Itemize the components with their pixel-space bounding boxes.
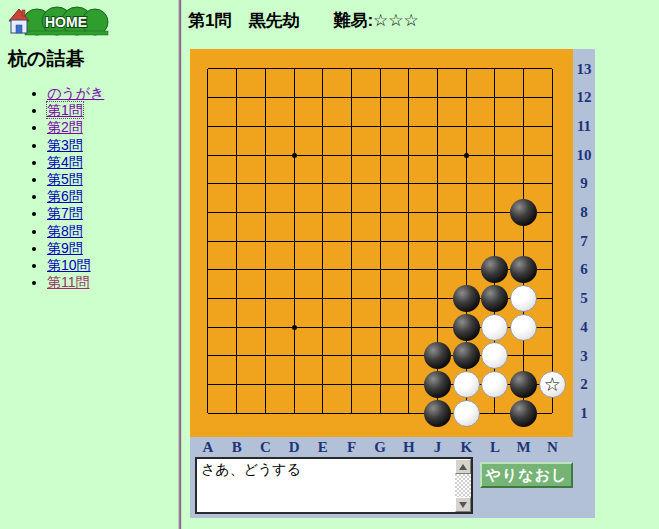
goban-grid: ☆	[194, 55, 567, 428]
black-stone-K3	[453, 342, 480, 369]
intersection-J9[interactable]	[423, 169, 452, 198]
intersection-L8[interactable]	[481, 198, 510, 227]
intersection-C12[interactable]	[251, 83, 280, 112]
black-stone-M6	[510, 256, 537, 283]
intersection-N7[interactable]	[538, 227, 567, 256]
intersection-D2[interactable]	[280, 370, 309, 399]
intersection-D4[interactable]	[280, 313, 309, 342]
row-label-8: 8	[573, 203, 595, 222]
intersection-D12[interactable]	[280, 83, 309, 112]
col-label-E: E	[309, 438, 337, 456]
sidebar-link-item: 第1問	[47, 102, 104, 119]
col-label-G: G	[366, 438, 394, 456]
black-stone-M2	[510, 371, 537, 398]
intersection-G12[interactable]	[366, 83, 395, 112]
intersection-K2[interactable]	[452, 370, 481, 399]
white-stone-L2	[481, 371, 508, 398]
intersection-H5[interactable]	[394, 284, 423, 313]
intersection-K10[interactable]	[452, 141, 481, 170]
intersection-H6[interactable]	[394, 255, 423, 284]
intersection-K8[interactable]	[452, 198, 481, 227]
star-point-D4	[292, 325, 297, 330]
sidebar-links: のうがき第1問第2問第3問第4問第5問第6問第7問第8問第9問第10問第11問	[0, 85, 104, 291]
intersection-H1[interactable]	[394, 399, 423, 428]
intersection-M5[interactable]	[509, 284, 538, 313]
intersection-L5[interactable]	[481, 284, 510, 313]
intersection-G8[interactable]	[366, 198, 395, 227]
intersection-D9[interactable]	[280, 169, 309, 198]
intersection-M12[interactable]	[509, 83, 538, 112]
col-label-C: C	[251, 438, 279, 456]
intersection-M1[interactable]	[509, 399, 538, 428]
house-icon	[9, 9, 29, 33]
intersection-M8[interactable]	[509, 198, 538, 227]
intersection-L11[interactable]	[481, 112, 510, 141]
intersection-L7[interactable]	[481, 227, 510, 256]
intersection-N13[interactable]	[538, 55, 567, 84]
white-stone-K2	[453, 371, 480, 398]
col-label-M: M	[510, 438, 538, 456]
intersection-F10[interactable]	[337, 141, 366, 170]
intersection-E13[interactable]	[308, 55, 337, 84]
intersection-A13[interactable]	[194, 55, 223, 84]
intersection-E5[interactable]	[308, 284, 337, 313]
intersection-G5[interactable]	[366, 284, 395, 313]
intersection-C1[interactable]	[251, 399, 280, 428]
intersection-C2[interactable]	[251, 370, 280, 399]
intersection-L12[interactable]	[481, 83, 510, 112]
intersection-E10[interactable]	[308, 141, 337, 170]
intersection-F9[interactable]	[337, 169, 366, 198]
intersection-M4[interactable]	[509, 313, 538, 342]
sidebar-link-item: 第5問	[47, 171, 104, 188]
intersection-D8[interactable]	[280, 198, 309, 227]
intersection-F1[interactable]	[337, 399, 366, 428]
intersection-B1[interactable]	[222, 399, 251, 428]
message-text: さあ、どうする	[197, 459, 455, 512]
message-scrollbar[interactable]	[455, 459, 471, 512]
intersection-J10[interactable]	[423, 141, 452, 170]
row-label-12: 12	[573, 88, 595, 107]
intersection-F13[interactable]	[337, 55, 366, 84]
intersection-K13[interactable]	[452, 55, 481, 84]
intersection-C8[interactable]	[251, 198, 280, 227]
intersection-N12[interactable]	[538, 83, 567, 112]
intersection-D1[interactable]	[280, 399, 309, 428]
intersection-A1[interactable]	[194, 399, 223, 428]
main-content: 第1問 黒先劫 難易:☆☆☆ ☆ 13121110987654321 ABCDE…	[182, 0, 659, 529]
intersection-G10[interactable]	[366, 141, 395, 170]
intersection-K7[interactable]	[452, 227, 481, 256]
intersection-L3[interactable]	[481, 342, 510, 371]
intersection-N3[interactable]	[538, 342, 567, 371]
black-stone-M1	[510, 400, 537, 427]
sidebar-link-item: 第11問	[47, 274, 104, 291]
intersection-E6[interactable]	[308, 255, 337, 284]
intersection-J8[interactable]	[423, 198, 452, 227]
intersection-K11[interactable]	[452, 112, 481, 141]
scroll-track[interactable]	[455, 474, 471, 497]
intersection-C4[interactable]	[251, 313, 280, 342]
intersection-J3[interactable]	[423, 342, 452, 371]
intersection-F5[interactable]	[337, 284, 366, 313]
intersection-H11[interactable]	[394, 112, 423, 141]
intersection-L9[interactable]	[481, 169, 510, 198]
row-label-4: 4	[573, 318, 595, 337]
intersection-G7[interactable]	[366, 227, 395, 256]
intersection-B4[interactable]	[222, 313, 251, 342]
intersection-K1[interactable]	[452, 399, 481, 428]
intersection-M3[interactable]	[509, 342, 538, 371]
sidebar-link-第5問[interactable]: 第5問	[47, 171, 83, 187]
intersection-N8[interactable]	[538, 198, 567, 227]
intersection-D5[interactable]	[280, 284, 309, 313]
intersection-G3[interactable]	[366, 342, 395, 371]
row-label-9: 9	[573, 174, 595, 193]
black-stone-J1	[424, 400, 451, 427]
intersection-A11[interactable]	[194, 112, 223, 141]
intersection-B5[interactable]	[222, 284, 251, 313]
row-label-10: 10	[573, 146, 595, 165]
intersection-L4[interactable]	[481, 313, 510, 342]
intersection-B12[interactable]	[222, 83, 251, 112]
intersection-J7[interactable]	[423, 227, 452, 256]
intersection-A9[interactable]	[194, 169, 223, 198]
intersection-D10[interactable]	[280, 141, 309, 170]
intersection-E4[interactable]	[308, 313, 337, 342]
row-labels: 13121110987654321	[573, 49, 595, 437]
row-label-6: 6	[573, 260, 595, 279]
intersection-E2[interactable]	[308, 370, 337, 399]
intersection-C7[interactable]	[251, 227, 280, 256]
sidebar-link-item: 第9問	[47, 240, 104, 257]
intersection-B2[interactable]	[222, 370, 251, 399]
intersection-E11[interactable]	[308, 112, 337, 141]
intersection-C10[interactable]	[251, 141, 280, 170]
row-label-1: 1	[573, 404, 595, 423]
intersection-B11[interactable]	[222, 112, 251, 141]
black-stone-L6	[481, 256, 508, 283]
home-button[interactable]: HOME	[8, 6, 110, 36]
intersection-L10[interactable]	[481, 141, 510, 170]
black-stone-M8	[510, 199, 537, 226]
intersection-L6[interactable]	[481, 255, 510, 284]
sidebar-link-第11問[interactable]: 第11問	[47, 274, 90, 290]
col-label-K: K	[452, 438, 480, 456]
intersection-B13[interactable]	[222, 55, 251, 84]
col-label-J: J	[424, 438, 452, 456]
intersection-A6[interactable]	[194, 255, 223, 284]
black-stone-J2	[424, 371, 451, 398]
sidebar-link-第6問[interactable]: 第6問	[47, 188, 83, 204]
row-label-7: 7	[573, 232, 595, 251]
intersection-F7[interactable]	[337, 227, 366, 256]
sidebar-link-第1問[interactable]: 第1問	[47, 102, 83, 118]
intersection-J13[interactable]	[423, 55, 452, 84]
col-label-F: F	[338, 438, 366, 456]
intersection-F6[interactable]	[337, 255, 366, 284]
intersection-A3[interactable]	[194, 342, 223, 371]
intersection-K12[interactable]	[452, 83, 481, 112]
intersection-A12[interactable]	[194, 83, 223, 112]
row-label-13: 13	[573, 60, 595, 79]
sidebar-link-第2問[interactable]: 第2問	[47, 119, 83, 135]
intersection-F12[interactable]	[337, 83, 366, 112]
intersection-J11[interactable]	[423, 112, 452, 141]
sidebar-link-item: 第4問	[47, 154, 104, 171]
intersection-H3[interactable]	[394, 342, 423, 371]
intersection-M9[interactable]	[509, 169, 538, 198]
intersection-N1[interactable]	[538, 399, 567, 428]
intersection-C3[interactable]	[251, 342, 280, 371]
sidebar-link-第4問[interactable]: 第4問	[47, 154, 83, 170]
intersection-E9[interactable]	[308, 169, 337, 198]
intersection-E8[interactable]	[308, 198, 337, 227]
intersection-C6[interactable]	[251, 255, 280, 284]
intersection-A10[interactable]	[194, 141, 223, 170]
intersection-H9[interactable]	[394, 169, 423, 198]
intersection-M6[interactable]	[509, 255, 538, 284]
intersection-G11[interactable]	[366, 112, 395, 141]
col-label-N: N	[538, 438, 566, 456]
intersection-N9[interactable]	[538, 169, 567, 198]
site-title: 杭の詰碁	[8, 46, 84, 72]
intersection-A5[interactable]	[194, 284, 223, 313]
arrow-down-icon	[459, 502, 467, 508]
intersection-N5[interactable]	[538, 284, 567, 313]
home-button-label: HOME	[45, 14, 87, 30]
intersection-G9[interactable]	[366, 169, 395, 198]
intersection-B3[interactable]	[222, 342, 251, 371]
col-label-L: L	[481, 438, 509, 456]
intersection-E1[interactable]	[308, 399, 337, 428]
col-label-H: H	[395, 438, 423, 456]
row-label-3: 3	[573, 347, 595, 366]
intersection-F2[interactable]	[337, 370, 366, 399]
intersection-D11[interactable]	[280, 112, 309, 141]
col-label-D: D	[280, 438, 308, 456]
intersection-H8[interactable]	[394, 198, 423, 227]
star-point-K10	[464, 153, 469, 158]
intersection-M13[interactable]	[509, 55, 538, 84]
intersection-J12[interactable]	[423, 83, 452, 112]
sidebar: HOME 杭の詰碁 のうがき第1問第2問第3問第4問第5問第6問第7問第8問第9…	[0, 0, 178, 529]
intersection-H2[interactable]	[394, 370, 423, 399]
sidebar-link-第10問[interactable]: 第10問	[47, 257, 91, 273]
intersection-D7[interactable]	[280, 227, 309, 256]
intersection-H12[interactable]	[394, 83, 423, 112]
sidebar-link-のうがき[interactable]: のうがき	[47, 85, 104, 101]
intersection-N2[interactable]: ☆	[538, 370, 567, 399]
sidebar-link-第8問[interactable]: 第8問	[47, 223, 83, 239]
intersection-G2[interactable]	[366, 370, 395, 399]
intersection-H13[interactable]	[394, 55, 423, 84]
intersection-F3[interactable]	[337, 342, 366, 371]
intersection-G13[interactable]	[366, 55, 395, 84]
col-label-A: A	[194, 438, 222, 456]
black-stone-L5	[481, 285, 508, 312]
board-footer-panel: ABCDEFGHJKLMN さあ、どうする やりなおし	[190, 437, 595, 518]
intersection-L13[interactable]	[481, 55, 510, 84]
intersection-G4[interactable]	[366, 313, 395, 342]
intersection-F8[interactable]	[337, 198, 366, 227]
intersection-C9[interactable]	[251, 169, 280, 198]
problem-title: 第1問 黒先劫 難易:☆☆☆	[188, 9, 419, 32]
intersection-J2[interactable]	[423, 370, 452, 399]
row-label-5: 5	[573, 289, 595, 308]
intersection-N6[interactable]	[538, 255, 567, 284]
intersection-J5[interactable]	[423, 284, 452, 313]
intersection-J6[interactable]	[423, 255, 452, 284]
home-bushes-icon: HOME	[8, 6, 110, 36]
intersection-J4[interactable]	[423, 313, 452, 342]
intersection-B8[interactable]	[222, 198, 251, 227]
white-stone-K1	[453, 400, 480, 427]
intersection-G6[interactable]	[366, 255, 395, 284]
intersection-K9[interactable]	[452, 169, 481, 198]
black-stone-J3	[424, 342, 451, 369]
intersection-B6[interactable]	[222, 255, 251, 284]
intersection-F11[interactable]	[337, 112, 366, 141]
intersection-L2[interactable]	[481, 370, 510, 399]
intersection-N11[interactable]	[538, 112, 567, 141]
white-stone-M5	[510, 285, 537, 312]
star-point-D10	[292, 153, 297, 158]
intersection-A7[interactable]	[194, 227, 223, 256]
intersection-B7[interactable]	[222, 227, 251, 256]
intersection-N4[interactable]	[538, 313, 567, 342]
sidebar-link-item: 第10問	[47, 257, 104, 274]
intersection-D3[interactable]	[280, 342, 309, 371]
intersection-B9[interactable]	[222, 169, 251, 198]
scroll-down-button[interactable]	[455, 497, 471, 512]
sidebar-link-item: 第3問	[47, 137, 104, 154]
intersection-K5[interactable]	[452, 284, 481, 313]
intersection-K4[interactable]	[452, 313, 481, 342]
intersection-G1[interactable]	[366, 399, 395, 428]
intersection-M2[interactable]	[509, 370, 538, 399]
intersection-C13[interactable]	[251, 55, 280, 84]
last-move-marker: ☆	[540, 372, 565, 397]
intersection-A2[interactable]	[194, 370, 223, 399]
sidebar-link-item: 第8問	[47, 223, 104, 240]
intersection-H10[interactable]	[394, 141, 423, 170]
arrow-up-icon	[459, 464, 467, 470]
black-stone-K5	[453, 285, 480, 312]
intersection-K6[interactable]	[452, 255, 481, 284]
white-stone-N2: ☆	[539, 371, 566, 398]
sidebar-link-item: 第6問	[47, 188, 104, 205]
intersection-M11[interactable]	[509, 112, 538, 141]
sidebar-link-item: 第7問	[47, 205, 104, 222]
white-stone-L4	[481, 314, 508, 341]
intersection-D6[interactable]	[280, 255, 309, 284]
intersection-K3[interactable]	[452, 342, 481, 371]
sidebar-link-item: 第2問	[47, 119, 104, 136]
sidebar-link-item: のうがき	[47, 85, 104, 102]
intersection-B10[interactable]	[222, 141, 251, 170]
intersection-C11[interactable]	[251, 112, 280, 141]
intersection-C5[interactable]	[251, 284, 280, 313]
black-stone-K4	[453, 314, 480, 341]
retry-button[interactable]: やりなおし	[480, 462, 573, 488]
intersection-A8[interactable]	[194, 198, 223, 227]
col-label-B: B	[223, 438, 251, 456]
intersection-F4[interactable]	[337, 313, 366, 342]
white-stone-M4	[510, 314, 537, 341]
intersection-L1[interactable]	[481, 399, 510, 428]
row-label-11: 11	[573, 117, 595, 136]
message-area[interactable]: さあ、どうする	[195, 457, 473, 514]
sidebar-link-第7問[interactable]: 第7問	[47, 205, 83, 221]
intersection-J1[interactable]	[423, 399, 452, 428]
row-label-2: 2	[573, 375, 595, 394]
intersection-M7[interactable]	[509, 227, 538, 256]
intersection-H4[interactable]	[394, 313, 423, 342]
intersection-E3[interactable]	[308, 342, 337, 371]
sidebar-link-第3問[interactable]: 第3問	[47, 137, 83, 153]
intersection-D13[interactable]	[280, 55, 309, 84]
white-stone-L3	[481, 342, 508, 369]
intersection-A4[interactable]	[194, 313, 223, 342]
intersection-H7[interactable]	[394, 227, 423, 256]
scroll-up-button[interactable]	[455, 459, 471, 474]
sidebar-link-第9問[interactable]: 第9問	[47, 240, 83, 256]
intersection-E7[interactable]	[308, 227, 337, 256]
intersection-M10[interactable]	[509, 141, 538, 170]
intersection-N10[interactable]	[538, 141, 567, 170]
intersection-E12[interactable]	[308, 83, 337, 112]
